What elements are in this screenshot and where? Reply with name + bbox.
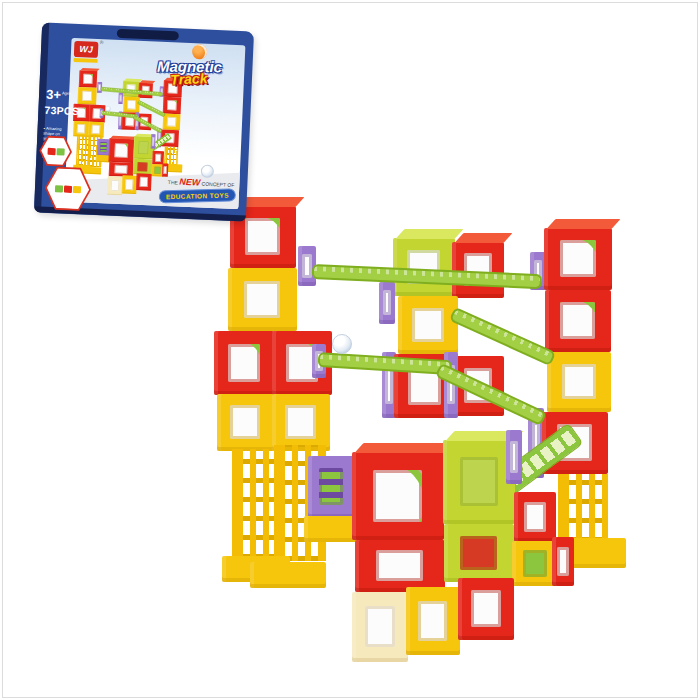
red-block — [458, 578, 514, 640]
block-opening — [114, 165, 127, 174]
marble — [332, 334, 352, 354]
red-block — [163, 97, 182, 115]
block-opening — [83, 74, 93, 84]
block-opening — [167, 117, 177, 127]
product-photo: WJ ® Magnetic Track THE NEW CONCEPT OF E… — [0, 0, 700, 700]
box-front-panel: WJ ® Magnetic Track THE NEW CONCEPT OF E… — [64, 38, 245, 209]
purple-block — [506, 430, 522, 484]
block-top-face — [80, 68, 100, 71]
block-opening — [460, 536, 497, 570]
block-opening — [383, 290, 391, 315]
mini-block-yellow — [73, 185, 81, 192]
lime-block — [444, 524, 514, 582]
yellow-block — [123, 97, 140, 113]
block-opening — [471, 590, 501, 627]
red-block — [352, 452, 444, 540]
lime-block — [443, 440, 515, 524]
block-opening — [137, 162, 147, 172]
block-opening — [560, 302, 595, 339]
yellow-block — [77, 87, 96, 105]
support-ladder — [164, 146, 178, 165]
block-opening — [228, 344, 260, 382]
block-opening — [523, 550, 547, 577]
yellow-block — [406, 587, 460, 655]
piece-count: 73PCS — [44, 104, 79, 118]
track-curve — [560, 240, 596, 277]
tagline-pre: THE — [168, 179, 178, 185]
mini-block-green — [55, 185, 63, 192]
age-value: 3+ — [46, 87, 61, 103]
yellow-block — [228, 268, 297, 331]
block-opening — [125, 179, 133, 190]
age-label: 3+Ages — [46, 87, 72, 103]
yellow-block — [398, 296, 458, 354]
block-opening — [77, 124, 86, 133]
track-curve — [83, 74, 93, 84]
block-opening — [302, 254, 312, 278]
block-opening — [244, 281, 281, 318]
purple-block — [308, 456, 354, 518]
brand-logo-badge: WJ — [74, 41, 99, 58]
red-block — [214, 331, 274, 395]
purple-block — [379, 282, 395, 324]
block-opening — [82, 91, 92, 101]
yellow-block — [122, 175, 137, 194]
block-opening — [245, 218, 280, 255]
block-opening — [114, 143, 128, 158]
cream-block — [352, 592, 408, 662]
track-curve — [245, 218, 280, 255]
red-block — [162, 163, 169, 176]
tagline-new: NEW — [179, 177, 200, 188]
block-opening — [560, 240, 596, 277]
block-opening — [365, 606, 395, 647]
yellow-block — [163, 113, 181, 130]
block-opening — [510, 441, 518, 473]
red-block — [552, 537, 574, 586]
product-box: WJ ® Magnetic Track THE NEW CONCEPT OF E… — [34, 22, 254, 221]
mini-block-red — [64, 185, 72, 192]
purple-block — [118, 93, 123, 105]
yellow-block — [547, 352, 611, 412]
red-block — [136, 173, 152, 190]
block-opening — [127, 100, 136, 110]
block-opening — [285, 405, 316, 439]
block-opening — [319, 468, 343, 505]
red-block — [514, 492, 556, 542]
block-opening — [152, 137, 155, 146]
red-block — [544, 228, 612, 290]
block-opening — [92, 125, 101, 134]
yellow-block — [73, 121, 89, 137]
block-opening — [155, 154, 161, 162]
education-toys-banner: EDUCATION TOYS — [159, 188, 236, 203]
block-opening — [167, 100, 177, 110]
block-opening — [230, 405, 260, 439]
block-opening — [376, 550, 424, 581]
block-opening — [140, 177, 148, 187]
track-curve — [560, 302, 595, 339]
yellow-block — [272, 394, 330, 451]
track-curve — [373, 470, 422, 522]
block-opening — [373, 470, 422, 522]
block-opening — [163, 166, 166, 174]
support-ladder — [558, 474, 608, 542]
registered-mark: ® — [100, 39, 104, 45]
track-curve — [167, 100, 177, 110]
tagline-post: CONCEPT OF — [202, 181, 235, 188]
yellow-base-plate — [250, 562, 326, 588]
block-opening — [524, 502, 546, 532]
block-opening — [418, 601, 447, 641]
yellow-base-plate — [304, 516, 358, 542]
block-opening — [138, 141, 149, 155]
red-block — [79, 70, 98, 88]
age-suffix: Ages — [62, 90, 71, 95]
magnetic-track-logo: Magnetic Track — [136, 41, 244, 90]
block-opening — [557, 547, 569, 576]
logo-track: Track — [136, 69, 243, 90]
brand-logo-strip — [74, 58, 98, 63]
block-top-face — [395, 229, 463, 239]
block-opening — [460, 457, 498, 507]
block-opening — [154, 167, 161, 174]
brand-logo: WJ ® — [74, 41, 100, 63]
track-curve — [228, 344, 260, 382]
block-opening — [119, 95, 122, 102]
red-block — [355, 540, 445, 592]
red-block — [108, 138, 134, 163]
yellow-block — [217, 394, 274, 451]
block-opening — [412, 308, 444, 342]
magnet-square-red — [47, 147, 55, 154]
block-opening — [100, 142, 107, 152]
support-ladder — [232, 449, 280, 559]
track-curve — [114, 143, 128, 158]
purple-block — [151, 134, 156, 149]
cream-block — [107, 176, 123, 196]
block-top-face — [354, 443, 452, 453]
block-top-face — [454, 233, 512, 243]
block-opening — [562, 364, 596, 399]
box-handle — [117, 29, 179, 41]
red-block — [545, 290, 611, 352]
block-opening — [111, 180, 119, 191]
block-top-face — [546, 219, 620, 229]
block-top-face — [110, 136, 137, 140]
magnet-square-green — [56, 148, 64, 155]
